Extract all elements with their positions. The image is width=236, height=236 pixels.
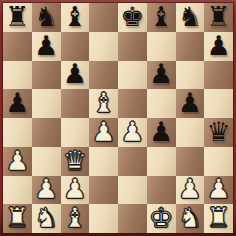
- square-h4[interactable]: ♛: [204, 118, 233, 147]
- square-h5[interactable]: [204, 89, 233, 118]
- square-f4[interactable]: ♟: [147, 118, 176, 147]
- square-e8[interactable]: ♚: [118, 3, 147, 32]
- square-b5[interactable]: [32, 89, 61, 118]
- square-g2[interactable]: ♟: [176, 176, 205, 205]
- square-a3[interactable]: ♟: [3, 147, 32, 176]
- piece-black-king: ♚: [120, 3, 144, 30]
- square-d6[interactable]: [89, 61, 118, 90]
- piece-white-pawn: ♟: [92, 118, 116, 145]
- square-e4[interactable]: ♟: [118, 118, 147, 147]
- square-a6[interactable]: [3, 61, 32, 90]
- square-d1[interactable]: [89, 204, 118, 233]
- piece-black-queen: ♛: [207, 118, 231, 145]
- square-d4[interactable]: ♟: [89, 118, 118, 147]
- square-c8[interactable]: ♝: [61, 3, 90, 32]
- square-a2[interactable]: [3, 176, 32, 205]
- square-a7[interactable]: [3, 32, 32, 61]
- square-g5[interactable]: ♟: [176, 89, 205, 118]
- piece-black-rook: ♜: [5, 3, 29, 30]
- square-b4[interactable]: [32, 118, 61, 147]
- piece-black-pawn: ♟: [149, 118, 173, 145]
- piece-white-rook: ♜: [5, 204, 29, 231]
- piece-white-pawn: ♟: [207, 176, 231, 203]
- square-b1[interactable]: ♞: [32, 204, 61, 233]
- piece-black-pawn: ♟: [63, 61, 87, 88]
- square-e3[interactable]: [118, 147, 147, 176]
- square-c2[interactable]: ♟: [61, 176, 90, 205]
- piece-white-pawn: ♟: [120, 118, 144, 145]
- square-b7[interactable]: ♟: [32, 32, 61, 61]
- piece-white-pawn: ♟: [5, 147, 29, 174]
- square-f5[interactable]: [147, 89, 176, 118]
- piece-black-bishop: ♝: [149, 3, 173, 30]
- piece-white-pawn: ♟: [34, 176, 58, 203]
- square-e2[interactable]: [118, 176, 147, 205]
- square-a8[interactable]: ♜: [3, 3, 32, 32]
- square-b2[interactable]: ♟: [32, 176, 61, 205]
- square-h8[interactable]: ♜: [204, 3, 233, 32]
- square-h6[interactable]: [204, 61, 233, 90]
- chess-board-frame: ♜♞♝♚♝♞♜♟♟♟♟♟♝♟♟♟♟♛♟♛♟♟♟♟♜♞♝♚♞♜: [0, 0, 236, 236]
- square-f7[interactable]: [147, 32, 176, 61]
- square-f6[interactable]: ♟: [147, 61, 176, 90]
- piece-white-knight: ♞: [178, 204, 202, 231]
- square-g7[interactable]: [176, 32, 205, 61]
- square-g6[interactable]: [176, 61, 205, 90]
- piece-black-bishop: ♝: [63, 3, 87, 30]
- square-c4[interactable]: [61, 118, 90, 147]
- piece-white-knight: ♞: [34, 204, 58, 231]
- square-f1[interactable]: ♚: [147, 204, 176, 233]
- chess-board: ♜♞♝♚♝♞♜♟♟♟♟♟♝♟♟♟♟♛♟♛♟♟♟♟♜♞♝♚♞♜: [3, 3, 233, 233]
- piece-black-rook: ♜: [207, 3, 231, 30]
- piece-black-pawn: ♟: [34, 32, 58, 59]
- piece-black-pawn: ♟: [5, 89, 29, 116]
- square-d8[interactable]: [89, 3, 118, 32]
- piece-white-pawn: ♟: [63, 176, 87, 203]
- piece-black-pawn: ♟: [149, 61, 173, 88]
- square-g8[interactable]: ♞: [176, 3, 205, 32]
- square-f2[interactable]: [147, 176, 176, 205]
- square-a4[interactable]: [3, 118, 32, 147]
- piece-white-bishop: ♝: [92, 89, 116, 116]
- square-e1[interactable]: [118, 204, 147, 233]
- square-c5[interactable]: [61, 89, 90, 118]
- square-d3[interactable]: [89, 147, 118, 176]
- square-d2[interactable]: [89, 176, 118, 205]
- square-d7[interactable]: [89, 32, 118, 61]
- square-h1[interactable]: ♜: [204, 204, 233, 233]
- piece-black-pawn: ♟: [178, 89, 202, 116]
- square-c1[interactable]: ♝: [61, 204, 90, 233]
- square-e5[interactable]: [118, 89, 147, 118]
- square-h7[interactable]: ♟: [204, 32, 233, 61]
- square-f8[interactable]: ♝: [147, 3, 176, 32]
- square-e6[interactable]: [118, 61, 147, 90]
- square-g3[interactable]: [176, 147, 205, 176]
- piece-black-pawn: ♟: [207, 32, 231, 59]
- piece-white-bishop: ♝: [63, 204, 87, 231]
- square-e7[interactable]: [118, 32, 147, 61]
- square-b3[interactable]: [32, 147, 61, 176]
- square-h2[interactable]: ♟: [204, 176, 233, 205]
- piece-black-knight: ♞: [178, 3, 202, 30]
- square-f3[interactable]: [147, 147, 176, 176]
- square-g4[interactable]: [176, 118, 205, 147]
- piece-white-queen: ♛: [63, 147, 87, 174]
- square-d5[interactable]: ♝: [89, 89, 118, 118]
- piece-black-knight: ♞: [34, 3, 58, 30]
- piece-white-pawn: ♟: [178, 176, 202, 203]
- square-b6[interactable]: [32, 61, 61, 90]
- piece-white-king: ♚: [149, 204, 173, 231]
- square-a1[interactable]: ♜: [3, 204, 32, 233]
- piece-white-rook: ♜: [207, 204, 231, 231]
- square-g1[interactable]: ♞: [176, 204, 205, 233]
- square-a5[interactable]: ♟: [3, 89, 32, 118]
- square-b8[interactable]: ♞: [32, 3, 61, 32]
- square-c7[interactable]: [61, 32, 90, 61]
- square-h3[interactable]: [204, 147, 233, 176]
- square-c6[interactable]: ♟: [61, 61, 90, 90]
- square-c3[interactable]: ♛: [61, 147, 90, 176]
